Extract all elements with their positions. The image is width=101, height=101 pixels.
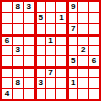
cell-r1c5[interactable]	[46, 2, 56, 12]
cell-r9c5[interactable]	[46, 89, 56, 99]
cell-r7c3[interactable]	[24, 69, 34, 77]
cell-r5c5[interactable]	[46, 46, 56, 56]
cell-r6c6[interactable]	[56, 56, 66, 66]
cell-r2c9[interactable]	[89, 13, 99, 23]
cell-r4c4[interactable]	[37, 37, 45, 45]
cell-r7c6[interactable]	[56, 69, 66, 77]
cell-r7c2[interactable]	[13, 69, 23, 77]
cell-r3c7[interactable]: 7	[69, 24, 77, 34]
cell-r4c9[interactable]	[89, 37, 99, 45]
cell-r8c5[interactable]	[46, 78, 56, 88]
cell-r5c1[interactable]	[2, 46, 12, 56]
cell-r2c6[interactable]: 1	[56, 13, 66, 23]
cell-r6c9[interactable]: 6	[89, 56, 99, 66]
cell-r7c8[interactable]	[78, 69, 88, 77]
sudoku-board: 83951761325678314	[0, 0, 101, 101]
cell-r3c4[interactable]	[37, 24, 45, 34]
cell-r6c7[interactable]: 5	[69, 56, 77, 66]
cell-r8c3[interactable]	[24, 78, 34, 88]
cell-r6c3[interactable]	[24, 56, 34, 66]
cell-r8c6[interactable]	[56, 78, 66, 88]
cell-r2c1[interactable]	[2, 13, 12, 23]
cell-r5c7[interactable]	[69, 46, 77, 56]
cell-r9c4[interactable]	[37, 89, 45, 99]
cell-r3c5[interactable]	[46, 24, 56, 34]
cell-r8c8[interactable]	[78, 78, 88, 88]
cell-r1c6[interactable]	[56, 2, 66, 12]
cell-r9c1[interactable]: 4	[2, 89, 12, 99]
cell-r8c7[interactable]: 1	[69, 78, 77, 88]
cell-r6c5[interactable]	[46, 56, 56, 66]
cell-r2c3[interactable]	[24, 13, 34, 23]
cell-r6c4[interactable]	[37, 56, 45, 66]
cell-r5c4[interactable]	[37, 46, 45, 56]
cell-r4c2[interactable]	[13, 37, 23, 45]
cell-r5c3[interactable]	[24, 46, 34, 56]
cell-r4c8[interactable]	[78, 37, 88, 45]
cell-r3c6[interactable]	[56, 24, 66, 34]
cell-r1c7[interactable]: 9	[69, 2, 77, 12]
cell-r1c2[interactable]: 8	[13, 2, 23, 12]
cell-r2c7[interactable]	[69, 13, 77, 23]
cell-r5c9[interactable]	[89, 46, 99, 56]
cell-r9c6[interactable]	[56, 89, 66, 99]
cell-r9c8[interactable]	[78, 89, 88, 99]
cell-r3c3[interactable]	[24, 24, 34, 34]
cell-r2c8[interactable]	[78, 13, 88, 23]
cell-r3c8[interactable]	[78, 24, 88, 34]
cell-r9c3[interactable]	[24, 89, 34, 99]
cell-r7c9[interactable]	[89, 69, 99, 77]
cell-r1c3[interactable]: 3	[24, 2, 34, 12]
cell-r7c1[interactable]	[2, 69, 12, 77]
cell-r8c2[interactable]: 8	[13, 78, 23, 88]
cell-r3c2[interactable]	[13, 24, 23, 34]
cell-r3c9[interactable]	[89, 24, 99, 34]
cell-r5c8[interactable]: 2	[78, 46, 88, 56]
cell-r9c9[interactable]	[89, 89, 99, 99]
cell-r8c1[interactable]	[2, 78, 12, 88]
cell-r5c2[interactable]: 3	[13, 46, 23, 56]
cell-r1c8[interactable]	[78, 2, 88, 12]
cell-r6c2[interactable]	[13, 56, 23, 66]
cell-r2c5[interactable]	[46, 13, 56, 23]
cell-r2c4[interactable]: 5	[37, 13, 45, 23]
cell-r4c7[interactable]	[69, 37, 77, 45]
cell-r1c9[interactable]	[89, 2, 99, 12]
cell-r1c1[interactable]	[2, 2, 12, 12]
cell-r1c4[interactable]	[37, 2, 45, 12]
cell-r8c4[interactable]: 3	[37, 78, 45, 88]
cell-r9c2[interactable]	[13, 89, 23, 99]
cell-r9c7[interactable]	[69, 89, 77, 99]
cell-r7c4[interactable]	[37, 69, 45, 77]
cell-r4c6[interactable]	[56, 37, 66, 45]
cell-r7c7[interactable]	[69, 69, 77, 77]
cell-r6c8[interactable]	[78, 56, 88, 66]
cell-r4c1[interactable]: 6	[2, 37, 12, 45]
cell-r4c3[interactable]	[24, 37, 34, 45]
cell-r6c1[interactable]	[2, 56, 12, 66]
cell-r2c2[interactable]	[13, 13, 23, 23]
cell-r3c1[interactable]	[2, 24, 12, 34]
cell-r7c5[interactable]: 7	[46, 69, 56, 77]
cell-r5c6[interactable]	[56, 46, 66, 56]
cell-r4c5[interactable]: 1	[46, 37, 56, 45]
cell-r8c9[interactable]	[89, 78, 99, 88]
